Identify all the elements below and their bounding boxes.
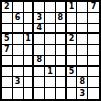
- cell-r7c7[interactable]: 5: [67, 67, 78, 78]
- cell-r5c8[interactable]: [77, 45, 88, 56]
- cell-r7c8[interactable]: [77, 67, 88, 78]
- cell-r7c3[interactable]: [24, 67, 35, 78]
- cell-r4c1[interactable]: 5: [2, 34, 13, 45]
- cell-r8c7[interactable]: [67, 77, 78, 88]
- cell-r5c9[interactable]: [88, 45, 99, 56]
- cell-r3c9[interactable]: [88, 24, 99, 35]
- cell-r8c5[interactable]: [45, 77, 56, 88]
- cell-r1c8[interactable]: [77, 2, 88, 13]
- cell-r4c2[interactable]: [13, 34, 24, 45]
- cell-r5c6[interactable]: [56, 45, 67, 56]
- cell-r2c1[interactable]: [2, 13, 13, 24]
- cell-r7c4[interactable]: [34, 67, 45, 78]
- cell-r4c7[interactable]: 2: [67, 34, 78, 45]
- cell-r6c5[interactable]: [45, 56, 56, 67]
- cell-r5c5[interactable]: [45, 45, 56, 56]
- cell-r5c7[interactable]: [67, 45, 78, 56]
- cell-r1c7[interactable]: 1: [67, 2, 78, 13]
- sudoku-board: 21763845127815383: [0, 0, 101, 101]
- cell-r3c8[interactable]: [77, 24, 88, 35]
- cell-r6c1[interactable]: [2, 56, 13, 67]
- cell-r6c6[interactable]: [56, 56, 67, 67]
- cell-r2c3[interactable]: [24, 13, 35, 24]
- cell-r9c5[interactable]: [45, 88, 56, 99]
- cell-r1c1[interactable]: 2: [2, 2, 13, 13]
- cell-r2c6[interactable]: 8: [56, 13, 67, 24]
- cell-r8c6[interactable]: [56, 77, 67, 88]
- cell-r8c4[interactable]: [34, 77, 45, 88]
- cell-r1c4[interactable]: [34, 2, 45, 13]
- cell-r1c5[interactable]: [45, 2, 56, 13]
- cell-r1c6[interactable]: [56, 2, 67, 13]
- cell-r3c2[interactable]: [13, 24, 24, 35]
- cell-r4c9[interactable]: [88, 34, 99, 45]
- cell-r2c2[interactable]: 6: [13, 13, 24, 24]
- cell-r7c5[interactable]: 1: [45, 67, 56, 78]
- cell-r1c9[interactable]: 7: [88, 2, 99, 13]
- cell-r8c8[interactable]: 8: [77, 77, 88, 88]
- cell-r6c2[interactable]: [13, 56, 24, 67]
- cell-r2c9[interactable]: [88, 13, 99, 24]
- cell-r5c2[interactable]: [13, 45, 24, 56]
- cell-r4c3[interactable]: 1: [24, 34, 35, 45]
- cell-r9c7[interactable]: [67, 88, 78, 99]
- cell-r8c3[interactable]: [24, 77, 35, 88]
- cell-r6c8[interactable]: [77, 56, 88, 67]
- cell-r9c8[interactable]: 3: [77, 88, 88, 99]
- cell-r3c6[interactable]: [56, 24, 67, 35]
- cell-r4c4[interactable]: [34, 34, 45, 45]
- cell-r9c1[interactable]: [2, 88, 13, 99]
- cell-r7c9[interactable]: [88, 67, 99, 78]
- cell-r9c4[interactable]: [34, 88, 45, 99]
- cell-r2c8[interactable]: [77, 13, 88, 24]
- cell-r9c9[interactable]: [88, 88, 99, 99]
- cell-r3c1[interactable]: [2, 24, 13, 35]
- cell-r2c4[interactable]: 3: [34, 13, 45, 24]
- cell-r3c4[interactable]: 4: [34, 24, 45, 35]
- cell-r1c2[interactable]: [13, 2, 24, 13]
- cell-r4c6[interactable]: [56, 34, 67, 45]
- cell-r6c9[interactable]: [88, 56, 99, 67]
- cell-r4c8[interactable]: [77, 34, 88, 45]
- cell-r2c5[interactable]: [45, 13, 56, 24]
- cell-r8c2[interactable]: 3: [13, 77, 24, 88]
- cell-r6c7[interactable]: [67, 56, 78, 67]
- cell-r3c7[interactable]: [67, 24, 78, 35]
- cell-r5c3[interactable]: [24, 45, 35, 56]
- cell-r1c3[interactable]: [24, 2, 35, 13]
- cell-r9c2[interactable]: [13, 88, 24, 99]
- cell-r7c1[interactable]: [2, 67, 13, 78]
- cell-r7c6[interactable]: [56, 67, 67, 78]
- cell-r3c5[interactable]: [45, 24, 56, 35]
- cell-r7c2[interactable]: [13, 67, 24, 78]
- cell-r3c3[interactable]: [24, 24, 35, 35]
- cell-r2c7[interactable]: [67, 13, 78, 24]
- cell-r5c4[interactable]: [34, 45, 45, 56]
- cell-r6c4[interactable]: 8: [34, 56, 45, 67]
- cell-r8c1[interactable]: [2, 77, 13, 88]
- cell-r9c6[interactable]: [56, 88, 67, 99]
- cell-r9c3[interactable]: [24, 88, 35, 99]
- cell-r5c1[interactable]: 7: [2, 45, 13, 56]
- cell-r6c3[interactable]: [24, 56, 35, 67]
- cell-r4c5[interactable]: [45, 34, 56, 45]
- cell-r8c9[interactable]: [88, 77, 99, 88]
